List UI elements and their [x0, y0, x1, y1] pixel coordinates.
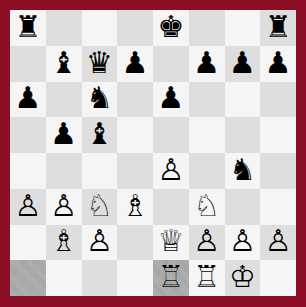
square-h2[interactable]: ♙	[260, 225, 296, 261]
square-c1[interactable]	[82, 260, 118, 296]
black-king[interactable]: ♚	[157, 12, 184, 42]
black-rook[interactable]: ♜	[265, 12, 292, 42]
square-g5[interactable]	[225, 117, 261, 153]
square-b1[interactable]	[46, 260, 82, 296]
square-f1[interactable]: ♖	[189, 260, 225, 296]
square-h1[interactable]	[260, 260, 296, 296]
square-h5[interactable]	[260, 117, 296, 153]
square-f7[interactable]: ♟	[189, 46, 225, 82]
black-bishop[interactable]: ♝	[86, 119, 113, 149]
square-g4[interactable]: ♞	[225, 153, 261, 189]
square-g6[interactable]	[225, 82, 261, 118]
square-c2[interactable]: ♙	[82, 225, 118, 261]
black-pawn[interactable]: ♟	[265, 48, 292, 78]
square-d5[interactable]	[117, 117, 153, 153]
square-e5[interactable]	[153, 117, 189, 153]
white-pawn[interactable]: ♙	[157, 155, 184, 185]
white-pawn[interactable]: ♙	[193, 226, 220, 256]
black-knight[interactable]: ♞	[229, 155, 256, 185]
white-bishop[interactable]: ♗	[50, 226, 77, 256]
white-king[interactable]: ♔	[229, 262, 256, 292]
white-pawn[interactable]: ♙	[229, 226, 256, 256]
square-c5[interactable]: ♝	[82, 117, 118, 153]
square-h6[interactable]	[260, 82, 296, 118]
black-pawn[interactable]: ♟	[157, 83, 184, 113]
white-pawn[interactable]: ♙	[50, 191, 77, 221]
square-g8[interactable]	[225, 10, 261, 46]
square-f3[interactable]: ♘	[189, 189, 225, 225]
square-h8[interactable]: ♜	[260, 10, 296, 46]
square-b3[interactable]: ♙	[46, 189, 82, 225]
square-c8[interactable]	[82, 10, 118, 46]
square-b5[interactable]: ♟	[46, 117, 82, 153]
square-a5[interactable]	[10, 117, 46, 153]
black-queen[interactable]: ♛	[86, 48, 113, 78]
black-pawn[interactable]: ♟	[14, 83, 41, 113]
square-e1[interactable]: ♖	[153, 260, 189, 296]
square-e3[interactable]	[153, 189, 189, 225]
square-h7[interactable]: ♟	[260, 46, 296, 82]
square-g7[interactable]: ♟	[225, 46, 261, 82]
black-pawn[interactable]: ♟	[50, 119, 77, 149]
square-e2[interactable]: ♕	[153, 225, 189, 261]
black-pawn[interactable]: ♟	[193, 48, 220, 78]
square-f2[interactable]: ♙	[189, 225, 225, 261]
square-a8[interactable]: ♜	[10, 10, 46, 46]
square-c7[interactable]: ♛	[82, 46, 118, 82]
chess-board: ♜♚♜♝♛♟♟♟♟♟♞♟♟♝♙♞♙♙♘♗♘♗♙♕♙♙♙♖♖♔	[10, 10, 296, 296]
white-queen[interactable]: ♕	[157, 226, 184, 256]
white-rook[interactable]: ♖	[157, 262, 184, 292]
square-f6[interactable]	[189, 82, 225, 118]
white-knight[interactable]: ♘	[193, 191, 220, 221]
square-d2[interactable]	[117, 225, 153, 261]
square-f4[interactable]	[189, 153, 225, 189]
square-a3[interactable]: ♙	[10, 189, 46, 225]
square-c6[interactable]: ♞	[82, 82, 118, 118]
square-d7[interactable]: ♟	[117, 46, 153, 82]
board-frame: ♜♚♜♝♛♟♟♟♟♟♞♟♟♝♙♞♙♙♘♗♘♗♙♕♙♙♙♖♖♔	[0, 0, 306, 307]
square-g3[interactable]	[225, 189, 261, 225]
square-d1[interactable]	[117, 260, 153, 296]
square-d8[interactable]	[117, 10, 153, 46]
square-d3[interactable]: ♗	[117, 189, 153, 225]
square-e7[interactable]	[153, 46, 189, 82]
white-bishop[interactable]: ♗	[122, 191, 149, 221]
square-d4[interactable]	[117, 153, 153, 189]
square-a6[interactable]: ♟	[10, 82, 46, 118]
square-b4[interactable]	[46, 153, 82, 189]
square-c4[interactable]	[82, 153, 118, 189]
square-h3[interactable]	[260, 189, 296, 225]
white-knight[interactable]: ♘	[86, 191, 113, 221]
square-a1[interactable]	[10, 260, 46, 296]
square-c3[interactable]: ♘	[82, 189, 118, 225]
square-f5[interactable]	[189, 117, 225, 153]
square-a4[interactable]	[10, 153, 46, 189]
square-e8[interactable]: ♚	[153, 10, 189, 46]
square-g2[interactable]: ♙	[225, 225, 261, 261]
black-knight[interactable]: ♞	[86, 83, 113, 113]
black-bishop[interactable]: ♝	[50, 48, 77, 78]
square-b2[interactable]: ♗	[46, 225, 82, 261]
square-e6[interactable]: ♟	[153, 82, 189, 118]
white-pawn[interactable]: ♙	[14, 191, 41, 221]
square-a7[interactable]	[10, 46, 46, 82]
square-e4[interactable]: ♙	[153, 153, 189, 189]
white-rook[interactable]: ♖	[193, 262, 220, 292]
white-pawn[interactable]: ♙	[265, 226, 292, 256]
square-d6[interactable]	[117, 82, 153, 118]
black-rook[interactable]: ♜	[14, 12, 41, 42]
square-f8[interactable]	[189, 10, 225, 46]
black-pawn[interactable]: ♟	[229, 48, 256, 78]
square-g1[interactable]: ♔	[225, 260, 261, 296]
square-a2[interactable]	[10, 225, 46, 261]
black-pawn[interactable]: ♟	[122, 48, 149, 78]
white-pawn[interactable]: ♙	[86, 226, 113, 256]
square-b6[interactable]	[46, 82, 82, 118]
square-h4[interactable]	[260, 153, 296, 189]
square-b7[interactable]: ♝	[46, 46, 82, 82]
square-b8[interactable]	[46, 10, 82, 46]
